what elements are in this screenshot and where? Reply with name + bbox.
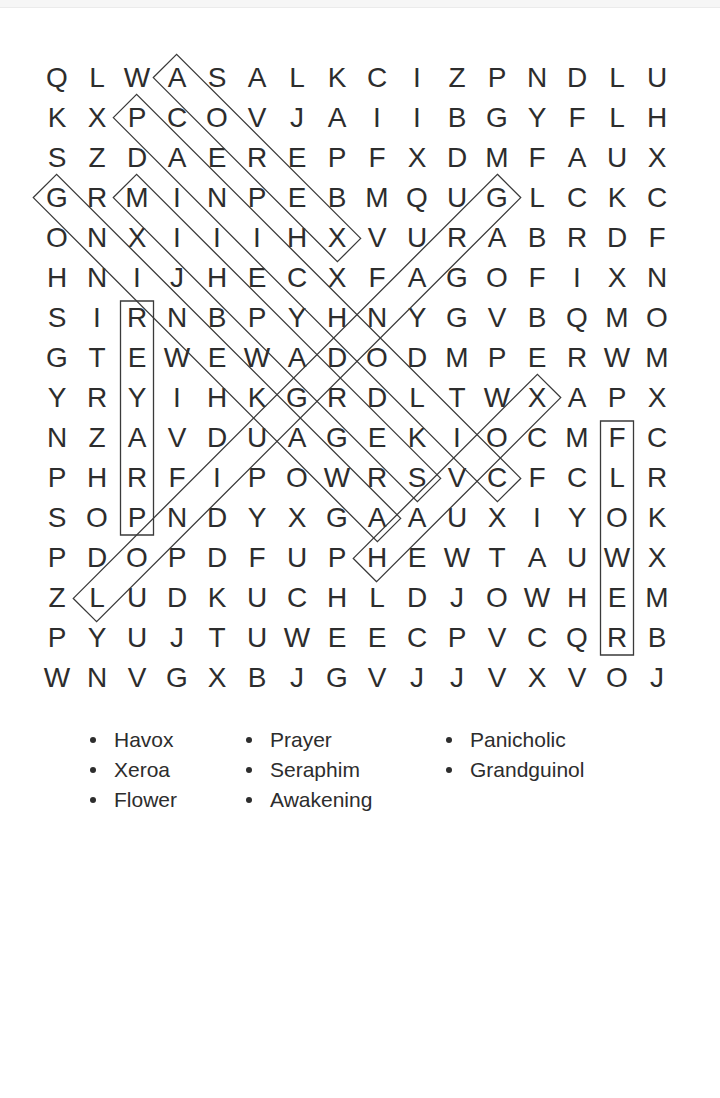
grid-cell-r2c4[interactable]: C — [157, 98, 197, 138]
grid-cell-r14c15[interactable]: E — [597, 578, 637, 618]
grid-cell-r6c1[interactable]: H — [37, 258, 77, 298]
grid-cell-r3c8[interactable]: P — [317, 138, 357, 178]
grid-cell-r13c5[interactable]: D — [197, 538, 237, 578]
grid-cell-r3c2[interactable]: Z — [77, 138, 117, 178]
grid-cell-r13c16[interactable]: X — [637, 538, 677, 578]
grid-cell-r11c15[interactable]: L — [597, 458, 637, 498]
grid-cell-r15c2[interactable]: Y — [77, 618, 117, 658]
grid-cell-r11c5[interactable]: I — [197, 458, 237, 498]
grid-cell-r7c6[interactable]: P — [237, 298, 277, 338]
grid-cell-r6c12[interactable]: O — [477, 258, 517, 298]
grid-cell-r6c5[interactable]: H — [197, 258, 237, 298]
grid-cell-r4c9[interactable]: M — [357, 178, 397, 218]
grid-cell-r13c13[interactable]: A — [517, 538, 557, 578]
word-list-item-prayer: Prayer — [246, 725, 372, 755]
grid-cell-r14c11[interactable]: J — [437, 578, 477, 618]
grid-cell-r7c3[interactable]: R — [117, 298, 157, 338]
grid-cell-r6c8[interactable]: X — [317, 258, 357, 298]
grid-cell-r8c3[interactable]: E — [117, 338, 157, 378]
word-list-column-1: HavoxXeroaFlower — [90, 725, 177, 815]
grid-cell-r13c6[interactable]: F — [237, 538, 277, 578]
grid-cell-r5c12[interactable]: A — [477, 218, 517, 258]
page-top-edge — [0, 0, 720, 8]
grid-cell-r3c4[interactable]: A — [157, 138, 197, 178]
grid-cell-r9c4[interactable]: I — [157, 378, 197, 418]
grid-cell-r6c15[interactable]: X — [597, 258, 637, 298]
grid-cell-r13c8[interactable]: P — [317, 538, 357, 578]
grid-cell-r7c8[interactable]: H — [317, 298, 357, 338]
grid-cell-r11c1[interactable]: P — [37, 458, 77, 498]
grid-cell-r12c14[interactable]: Y — [557, 498, 597, 538]
grid-cell-r12c4[interactable]: N — [157, 498, 197, 538]
grid-cell-r9c2[interactable]: R — [77, 378, 117, 418]
grid-cell-r7c9[interactable]: N — [357, 298, 397, 338]
grid-cell-r12c10[interactable]: A — [397, 498, 437, 538]
word-list-item-havox: Havox — [90, 725, 177, 755]
grid-cell-r11c7[interactable]: O — [277, 458, 317, 498]
grid-cell-r1c10[interactable]: I — [397, 58, 437, 98]
grid-cell-r16c10[interactable]: J — [397, 658, 437, 698]
grid-cell-r13c4[interactable]: P — [157, 538, 197, 578]
grid-cell-r11c6[interactable]: P — [237, 458, 277, 498]
grid-cell-r4c10[interactable]: Q — [397, 178, 437, 218]
grid-cell-r7c4[interactable]: N — [157, 298, 197, 338]
grid-cell-r2c11[interactable]: B — [437, 98, 477, 138]
grid-cell-r12c6[interactable]: Y — [237, 498, 277, 538]
grid-cell-r10c8[interactable]: G — [317, 418, 357, 458]
grid-cell-r2c6[interactable]: V — [237, 98, 277, 138]
grid-cell-r5c15[interactable]: D — [597, 218, 637, 258]
grid-cell-r16c5[interactable]: X — [197, 658, 237, 698]
grid-cell-r6c7[interactable]: C — [277, 258, 317, 298]
grid-cell-r7c5[interactable]: B — [197, 298, 237, 338]
grid-cell-r16c2[interactable]: N — [77, 658, 117, 698]
grid-cell-r16c6[interactable]: B — [237, 658, 277, 698]
grid-cell-r2c3[interactable]: P — [117, 98, 157, 138]
grid-cell-r13c11[interactable]: W — [437, 538, 477, 578]
grid-cell-r8c14[interactable]: R — [557, 338, 597, 378]
grid-cell-r11c16[interactable]: R — [637, 458, 677, 498]
grid-cell-r11c11[interactable]: V — [437, 458, 477, 498]
grid-cell-r4c11[interactable]: U — [437, 178, 477, 218]
grid-cell-r8c8[interactable]: D — [317, 338, 357, 378]
grid-cell-r7c12[interactable]: V — [477, 298, 517, 338]
grid-cell-r7c10[interactable]: Y — [397, 298, 437, 338]
grid-cell-r1c12[interactable]: P — [477, 58, 517, 98]
grid-cell-r2c7[interactable]: J — [277, 98, 317, 138]
grid-cell-r11c2[interactable]: H — [77, 458, 117, 498]
grid-cell-r16c13[interactable]: X — [517, 658, 557, 698]
grid-cell-r10c9[interactable]: E — [357, 418, 397, 458]
grid-cell-r1c6[interactable]: A — [237, 58, 277, 98]
grid-cell-r15c9[interactable]: E — [357, 618, 397, 658]
grid-cell-r15c6[interactable]: U — [237, 618, 277, 658]
grid-cell-r13c10[interactable]: E — [397, 538, 437, 578]
grid-cell-r5c11[interactable]: R — [437, 218, 477, 258]
grid-cell-r7c1[interactable]: S — [37, 298, 77, 338]
grid-cell-r13c3[interactable]: O — [117, 538, 157, 578]
grid-cell-r4c13[interactable]: L — [517, 178, 557, 218]
grid-cell-r2c12[interactable]: G — [477, 98, 517, 138]
grid-cell-r1c1[interactable]: Q — [37, 58, 77, 98]
grid-cell-r6c9[interactable]: F — [357, 258, 397, 298]
grid-cell-r1c5[interactable]: S — [197, 58, 237, 98]
grid-cell-r3c15[interactable]: U — [597, 138, 637, 178]
word-list-item-panicholic: Panicholic — [446, 725, 584, 755]
grid-cell-r15c7[interactable]: W — [277, 618, 317, 658]
grid-cell-r13c15[interactable]: W — [597, 538, 637, 578]
grid-cell-r8c12[interactable]: P — [477, 338, 517, 378]
grid-cell-r1c3[interactable]: W — [117, 58, 157, 98]
grid-cell-r4c16[interactable]: C — [637, 178, 677, 218]
grid-cell-r13c7[interactable]: U — [277, 538, 317, 578]
grid-cell-r5c3[interactable]: X — [117, 218, 157, 258]
grid-cell-r14c1[interactable]: Z — [37, 578, 77, 618]
grid-cell-r2c9[interactable]: I — [357, 98, 397, 138]
grid-cell-r5c14[interactable]: R — [557, 218, 597, 258]
grid-cell-r5c13[interactable]: B — [517, 218, 557, 258]
grid-cell-r1c2[interactable]: L — [77, 58, 117, 98]
grid-cell-r11c14[interactable]: C — [557, 458, 597, 498]
grid-cell-r10c1[interactable]: N — [37, 418, 77, 458]
grid-cell-r10c16[interactable]: C — [637, 418, 677, 458]
grid-cell-r8c13[interactable]: E — [517, 338, 557, 378]
grid-cell-r4c1[interactable]: G — [37, 178, 77, 218]
grid-cell-r13c14[interactable]: U — [557, 538, 597, 578]
grid-cell-r3c7[interactable]: E — [277, 138, 317, 178]
word-list-item-xeroa: Xeroa — [90, 755, 177, 785]
grid-cell-r9c7[interactable]: G — [277, 378, 317, 418]
grid-cell-r3c1[interactable]: S — [37, 138, 77, 178]
grid-cell-r14c12[interactable]: O — [477, 578, 517, 618]
grid-cell-r15c5[interactable]: T — [197, 618, 237, 658]
grid-cell-r8c10[interactable]: D — [397, 338, 437, 378]
grid-cell-r10c4[interactable]: V — [157, 418, 197, 458]
grid-cell-r9c13[interactable]: X — [517, 378, 557, 418]
grid-cell-r8c16[interactable]: M — [637, 338, 677, 378]
grid-cell-r13c1[interactable]: P — [37, 538, 77, 578]
grid-cell-r7c7[interactable]: Y — [277, 298, 317, 338]
grid-cell-r3c14[interactable]: A — [557, 138, 597, 178]
grid-cell-r3c12[interactable]: M — [477, 138, 517, 178]
grid-cell-r5c2[interactable]: N — [77, 218, 117, 258]
grid-cell-r1c8[interactable]: K — [317, 58, 357, 98]
grid-cell-r10c11[interactable]: I — [437, 418, 477, 458]
grid-cell-r8c1[interactable]: G — [37, 338, 77, 378]
grid-cell-r16c1[interactable]: W — [37, 658, 77, 698]
grid-cell-r14c13[interactable]: W — [517, 578, 557, 618]
grid-cell-r13c2[interactable]: D — [77, 538, 117, 578]
grid-cell-r3c13[interactable]: F — [517, 138, 557, 178]
grid-cell-r15c10[interactable]: C — [397, 618, 437, 658]
grid-cell-r6c13[interactable]: F — [517, 258, 557, 298]
grid-cell-r12c12[interactable]: X — [477, 498, 517, 538]
grid-cell-r15c16[interactable]: B — [637, 618, 677, 658]
grid-cell-r10c15[interactable]: F — [597, 418, 637, 458]
grid-cell-r12c8[interactable]: G — [317, 498, 357, 538]
grid-cell-r1c16[interactable]: U — [637, 58, 677, 98]
grid-cell-r9c14[interactable]: A — [557, 378, 597, 418]
grid-cell-r2c8[interactable]: A — [317, 98, 357, 138]
grid-cell-r5c9[interactable]: V — [357, 218, 397, 258]
grid-cell-r12c13[interactable]: I — [517, 498, 557, 538]
grid-cell-r11c3[interactable]: R — [117, 458, 157, 498]
grid-cell-r9c10[interactable]: L — [397, 378, 437, 418]
grid-cell-r6c6[interactable]: E — [237, 258, 277, 298]
grid-cell-r11c8[interactable]: W — [317, 458, 357, 498]
grid-cell-r14c5[interactable]: K — [197, 578, 237, 618]
grid-cell-r8c7[interactable]: A — [277, 338, 317, 378]
grid-cell-r5c7[interactable]: H — [277, 218, 317, 258]
grid-cell-r12c3[interactable]: P — [117, 498, 157, 538]
grid-cell-r15c8[interactable]: E — [317, 618, 357, 658]
grid-cell-r3c9[interactable]: F — [357, 138, 397, 178]
grid-cell-r12c2[interactable]: O — [77, 498, 117, 538]
grid-cell-r3c5[interactable]: E — [197, 138, 237, 178]
grid-cell-r3c16[interactable]: X — [637, 138, 677, 178]
grid-cell-r16c9[interactable]: V — [357, 658, 397, 698]
grid-cell-r2c2[interactable]: X — [77, 98, 117, 138]
grid-cell-r4c15[interactable]: K — [597, 178, 637, 218]
word-list-column-3: PanicholicGrandguinol — [446, 725, 584, 785]
grid-cell-r11c13[interactable]: F — [517, 458, 557, 498]
grid-cell-r15c3[interactable]: U — [117, 618, 157, 658]
grid-cell-r15c12[interactable]: V — [477, 618, 517, 658]
grid-cell-r8c15[interactable]: W — [597, 338, 637, 378]
grid-cell-r10c5[interactable]: D — [197, 418, 237, 458]
grid-cell-r9c12[interactable]: W — [477, 378, 517, 418]
grid-cell-r7c14[interactable]: Q — [557, 298, 597, 338]
grid-cell-r5c10[interactable]: U — [397, 218, 437, 258]
grid-cell-r14c8[interactable]: H — [317, 578, 357, 618]
grid-cell-r14c6[interactable]: U — [237, 578, 277, 618]
grid-cell-r3c11[interactable]: D — [437, 138, 477, 178]
grid-cell-r9c1[interactable]: Y — [37, 378, 77, 418]
grid-cell-r15c1[interactable]: P — [37, 618, 77, 658]
grid-cell-r14c3[interactable]: U — [117, 578, 157, 618]
grid-cell-r5c16[interactable]: F — [637, 218, 677, 258]
grid-cell-r12c9[interactable]: A — [357, 498, 397, 538]
grid-cell-r10c12[interactable]: O — [477, 418, 517, 458]
grid-cell-r3c3[interactable]: D — [117, 138, 157, 178]
grid-cell-r9c11[interactable]: T — [437, 378, 477, 418]
grid-cell-r10c3[interactable]: A — [117, 418, 157, 458]
grid-cell-r14c2[interactable]: L — [77, 578, 117, 618]
grid-cell-r8c2[interactable]: T — [77, 338, 117, 378]
grid-cell-r7c15[interactable]: M — [597, 298, 637, 338]
grid-cell-r2c14[interactable]: F — [557, 98, 597, 138]
grid-cell-r8c5[interactable]: E — [197, 338, 237, 378]
grid-cell-r2c13[interactable]: Y — [517, 98, 557, 138]
grid-cell-r15c11[interactable]: P — [437, 618, 477, 658]
grid-cell-r9c9[interactable]: D — [357, 378, 397, 418]
grid-cell-r12c16[interactable]: K — [637, 498, 677, 538]
grid-cell-r14c9[interactable]: L — [357, 578, 397, 618]
grid-cell-r9c15[interactable]: P — [597, 378, 637, 418]
grid-cell-r16c7[interactable]: J — [277, 658, 317, 698]
word-list-item-flower: Flower — [90, 785, 177, 815]
grid-cell-r11c10[interactable]: S — [397, 458, 437, 498]
grid-cell-r16c16[interactable]: J — [637, 658, 677, 698]
grid-cell-r6c4[interactable]: J — [157, 258, 197, 298]
grid-cell-r3c6[interactable]: R — [237, 138, 277, 178]
grid-cell-r1c11[interactable]: Z — [437, 58, 477, 98]
grid-cell-r10c13[interactable]: C — [517, 418, 557, 458]
grid-cell-r16c12[interactable]: V — [477, 658, 517, 698]
grid-cell-r12c11[interactable]: U — [437, 498, 477, 538]
grid-cell-r9c6[interactable]: K — [237, 378, 277, 418]
grid-cell-r14c16[interactable]: M — [637, 578, 677, 618]
grid-cell-r5c5[interactable]: I — [197, 218, 237, 258]
grid-cell-r10c10[interactable]: K — [397, 418, 437, 458]
grid-cell-r11c9[interactable]: R — [357, 458, 397, 498]
grid-cell-r2c10[interactable]: I — [397, 98, 437, 138]
grid-cell-r9c8[interactable]: R — [317, 378, 357, 418]
grid-cell-r11c12[interactable]: C — [477, 458, 517, 498]
grid-cell-r10c2[interactable]: Z — [77, 418, 117, 458]
grid-cell-r9c5[interactable]: H — [197, 378, 237, 418]
grid-cell-r14c10[interactable]: D — [397, 578, 437, 618]
grid-cell-r16c8[interactable]: G — [317, 658, 357, 698]
grid-cell-r3c10[interactable]: X — [397, 138, 437, 178]
grid-cell-r8c11[interactable]: M — [437, 338, 477, 378]
grid-cell-r1c7[interactable]: L — [277, 58, 317, 98]
grid-cell-r4c2[interactable]: R — [77, 178, 117, 218]
grid-cell-r4c14[interactable]: C — [557, 178, 597, 218]
grid-cell-r1c9[interactable]: C — [357, 58, 397, 98]
grid-cell-r15c15[interactable]: R — [597, 618, 637, 658]
grid-cell-r5c8[interactable]: X — [317, 218, 357, 258]
grid-cell-r6c2[interactable]: N — [77, 258, 117, 298]
grid-cell-r12c7[interactable]: X — [277, 498, 317, 538]
grid-cell-r10c7[interactable]: A — [277, 418, 317, 458]
grid-cell-r6c16[interactable]: N — [637, 258, 677, 298]
grid-cell-r4c7[interactable]: E — [277, 178, 317, 218]
grid-cell-r16c3[interactable]: V — [117, 658, 157, 698]
grid-cell-r4c6[interactable]: P — [237, 178, 277, 218]
grid-cell-r9c16[interactable]: X — [637, 378, 677, 418]
grid-cell-r2c15[interactable]: L — [597, 98, 637, 138]
grid-cell-r15c14[interactable]: Q — [557, 618, 597, 658]
grid-cell-r12c1[interactable]: S — [37, 498, 77, 538]
grid-cell-r1c4[interactable]: A — [157, 58, 197, 98]
grid-cell-r4c5[interactable]: N — [197, 178, 237, 218]
grid-cell-r4c3[interactable]: M — [117, 178, 157, 218]
grid-cell-r8c4[interactable]: W — [157, 338, 197, 378]
grid-cell-r6c10[interactable]: A — [397, 258, 437, 298]
grid-cell-r7c13[interactable]: B — [517, 298, 557, 338]
grid-cell-r14c7[interactable]: C — [277, 578, 317, 618]
grid-cell-r9c3[interactable]: Y — [117, 378, 157, 418]
grid-cell-r7c11[interactable]: G — [437, 298, 477, 338]
grid-cell-r1c15[interactable]: L — [597, 58, 637, 98]
word-list-column-2: PrayerSeraphimAwakening — [246, 725, 372, 815]
grid-cell-r16c15[interactable]: O — [597, 658, 637, 698]
grid-cell-r10c14[interactable]: M — [557, 418, 597, 458]
grid-cell-r1c14[interactable]: D — [557, 58, 597, 98]
grid-cell-r14c14[interactable]: H — [557, 578, 597, 618]
grid-cell-r8c9[interactable]: O — [357, 338, 397, 378]
word-list-item-seraphim: Seraphim — [246, 755, 372, 785]
grid-cell-r2c1[interactable]: K — [37, 98, 77, 138]
grid-cell-r5c6[interactable]: I — [237, 218, 277, 258]
grid-cell-r13c12[interactable]: T — [477, 538, 517, 578]
grid-cell-r4c8[interactable]: B — [317, 178, 357, 218]
grid-cell-r11c4[interactable]: F — [157, 458, 197, 498]
word-search-board: QLWASALKCIZPNDLUKXPCOVJAIIBGYFLHSZDAEREP… — [37, 58, 677, 698]
grid-cell-r10c6[interactable]: U — [237, 418, 277, 458]
grid-cell-r8c6[interactable]: W — [237, 338, 277, 378]
grid-cell-r2c5[interactable]: O — [197, 98, 237, 138]
grid-cell-r16c4[interactable]: G — [157, 658, 197, 698]
grid-cell-r1c13[interactable]: N — [517, 58, 557, 98]
grid-cell-r6c11[interactable]: G — [437, 258, 477, 298]
grid-cell-r2c16[interactable]: H — [637, 98, 677, 138]
grid-cell-r14c4[interactable]: D — [157, 578, 197, 618]
grid-cell-r5c4[interactable]: I — [157, 218, 197, 258]
grid-cell-r6c3[interactable]: I — [117, 258, 157, 298]
grid-cell-r15c4[interactable]: J — [157, 618, 197, 658]
grid-cell-r6c14[interactable]: I — [557, 258, 597, 298]
grid-cell-r5c1[interactable]: O — [37, 218, 77, 258]
grid-cell-r12c5[interactable]: D — [197, 498, 237, 538]
grid-cell-r16c11[interactable]: J — [437, 658, 477, 698]
grid-cell-r13c9[interactable]: H — [357, 538, 397, 578]
word-list-item-awakening: Awakening — [246, 785, 372, 815]
grid-cell-r4c4[interactable]: I — [157, 178, 197, 218]
grid-cell-r4c12[interactable]: G — [477, 178, 517, 218]
grid-cell-r12c15[interactable]: O — [597, 498, 637, 538]
grid-cell-r7c16[interactable]: O — [637, 298, 677, 338]
word-list-item-grandguinol: Grandguinol — [446, 755, 584, 785]
grid-cell-r16c14[interactable]: V — [557, 658, 597, 698]
grid-cell-r7c2[interactable]: I — [77, 298, 117, 338]
grid-cell-r15c13[interactable]: C — [517, 618, 557, 658]
